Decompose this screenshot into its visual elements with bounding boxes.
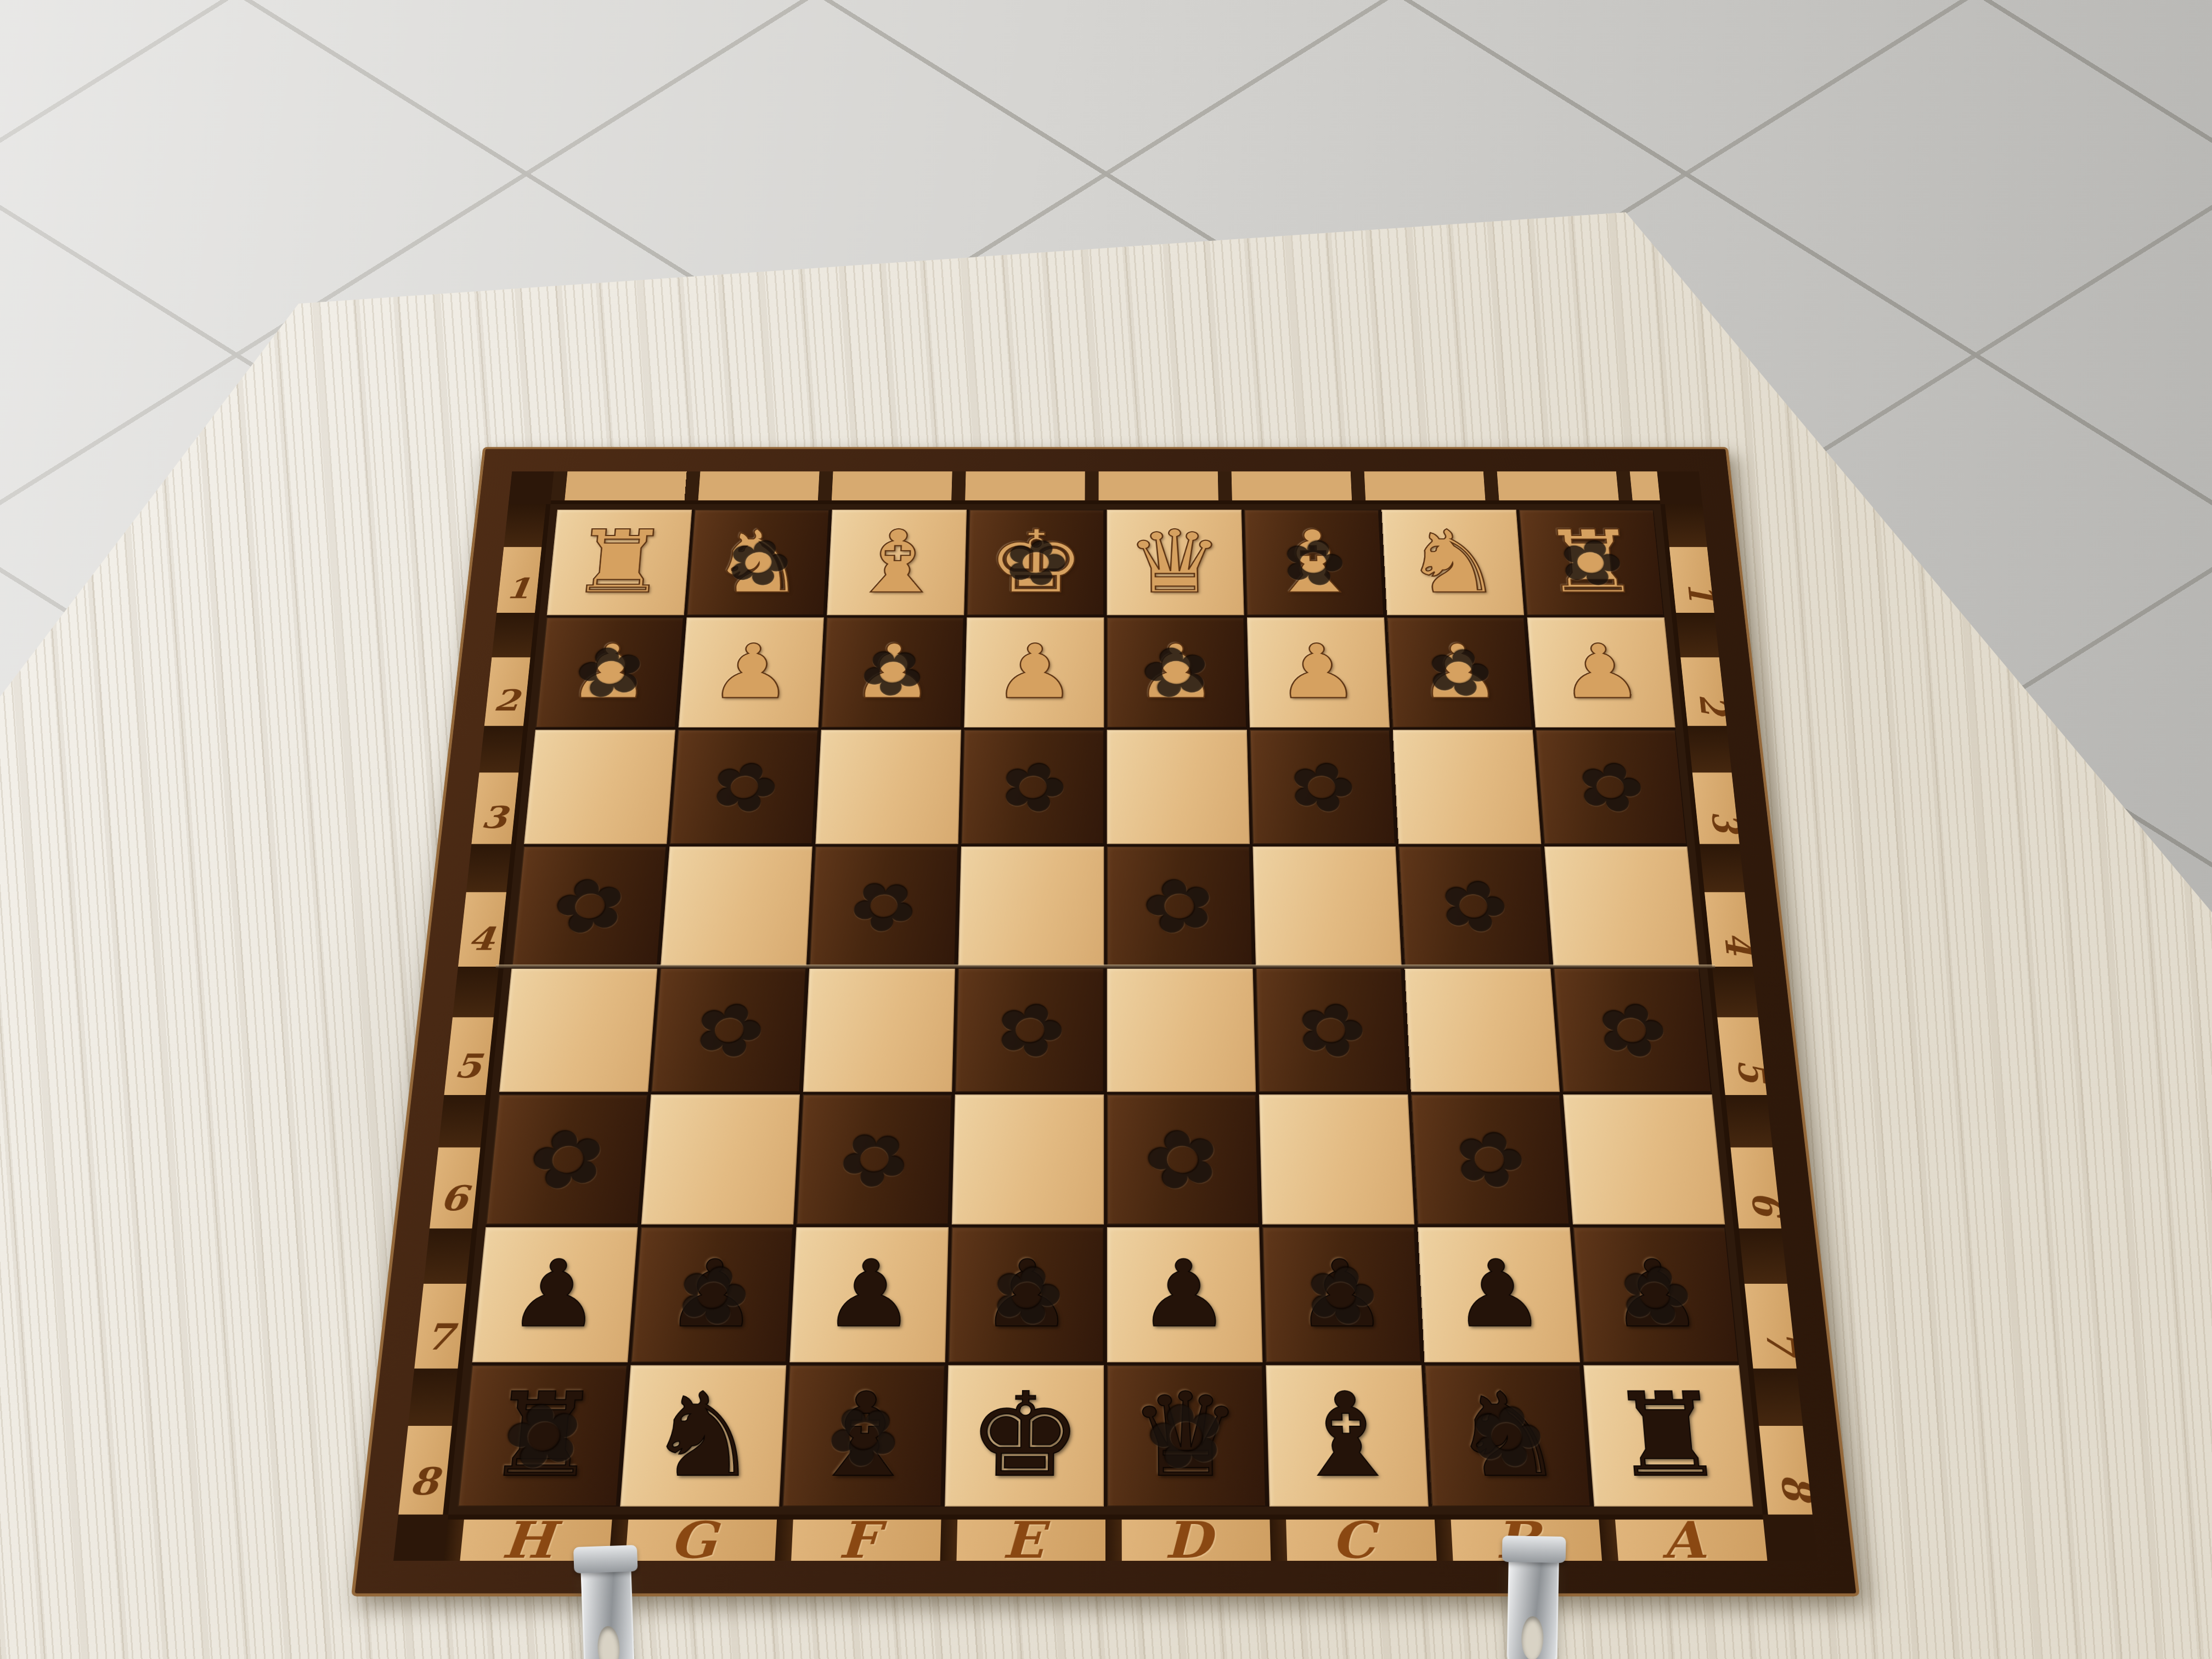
square-g8: ♞ [620, 1365, 786, 1506]
white-rook: ♜ [1538, 519, 1645, 606]
square-d2: ♟ [1107, 618, 1247, 727]
top-border-band [551, 471, 1661, 504]
square-f7: ♟ [789, 1227, 949, 1362]
square-d7: ♟ [1107, 1227, 1263, 1362]
rank-label-left-3: 3 [471, 726, 523, 844]
black-knight: ♞ [643, 1378, 764, 1493]
square-a4 [1544, 847, 1699, 966]
square-f3 [815, 730, 961, 844]
square-b5 [1404, 968, 1560, 1092]
black-pawn: ♟ [663, 1248, 762, 1340]
square-h8: ♜ [458, 1365, 627, 1506]
white-knight: ♞ [706, 519, 810, 606]
white-pawn: ♟ [992, 635, 1076, 710]
black-king: ♚ [967, 1378, 1082, 1493]
square-f4 [809, 847, 958, 966]
square-e6 [952, 1094, 1104, 1224]
rank-label-right-1: 1 [1665, 504, 1714, 613]
square-g4 [661, 847, 812, 966]
white-pawn: ♟ [565, 635, 656, 710]
square-g7: ♟ [631, 1227, 793, 1362]
square-e1: ♚ [967, 510, 1104, 615]
square-g6 [641, 1094, 800, 1224]
square-b3 [1392, 730, 1541, 844]
latch-hole-icon [597, 1626, 620, 1659]
square-b2: ♟ [1387, 618, 1532, 727]
rank-label-right-2: 2 [1676, 613, 1726, 726]
scene: { "game": { "name": "chess", "orientatio… [0, 0, 2212, 1659]
rank-label-right-3: 3 [1688, 726, 1740, 844]
square-b6 [1411, 1094, 1570, 1224]
square-c2: ♟ [1247, 618, 1390, 727]
black-pawn: ♟ [1293, 1248, 1390, 1340]
board-field: ♜♞♝♚♛♝♞♜♟♟♟♟♟♟♟♟♟♟♟♟♟♟♟♟♜♞♝♚♛♝♞♜ [448, 504, 1763, 1515]
square-d1: ♛ [1107, 510, 1244, 615]
square-a3 [1536, 730, 1687, 844]
square-a5 [1554, 968, 1712, 1092]
file-label-E: E [940, 1520, 1105, 1561]
fold-seam [495, 964, 1715, 969]
rank-label-left-4: 4 [458, 844, 511, 967]
file-label-A: A [1599, 1520, 1767, 1561]
black-bishop: ♝ [805, 1378, 923, 1493]
square-b7: ♟ [1418, 1227, 1580, 1362]
black-queen: ♛ [1128, 1378, 1244, 1493]
square-a7: ♟ [1573, 1227, 1739, 1362]
square-c5 [1256, 968, 1408, 1092]
square-d5 [1107, 968, 1256, 1092]
black-pawn: ♟ [1605, 1248, 1706, 1340]
white-pawn: ♟ [1415, 635, 1503, 710]
white-pawn: ♟ [850, 635, 936, 710]
rank-label-right-6: 6 [1725, 1094, 1781, 1228]
square-f6 [797, 1094, 952, 1224]
white-rook: ♜ [567, 519, 673, 606]
square-c8: ♝ [1266, 1365, 1428, 1506]
black-pawn: ♟ [1449, 1248, 1548, 1340]
square-a2: ♟ [1527, 618, 1675, 727]
square-d6 [1107, 1094, 1259, 1224]
square-a8: ♜ [1583, 1365, 1753, 1506]
rank-label-left-1: 1 [496, 504, 546, 613]
square-g3 [670, 730, 819, 844]
square-c3 [1250, 730, 1396, 844]
square-b1: ♞ [1381, 510, 1524, 615]
square-h6 [486, 1094, 648, 1224]
rank-label-right-8: 8 [1753, 1368, 1813, 1515]
white-pawn: ♟ [1556, 635, 1646, 710]
square-h7: ♟ [472, 1227, 638, 1362]
board-grid: ♜♞♝♚♛♝♞♜♟♟♟♟♟♟♟♟♟♟♟♟♟♟♟♟♜♞♝♚♛♝♞♜ [448, 504, 1763, 1515]
rank-label-left-2: 2 [484, 613, 535, 726]
square-d3 [1107, 730, 1250, 844]
black-pawn: ♟ [821, 1248, 918, 1340]
square-g5 [651, 968, 806, 1092]
black-pawn: ♟ [505, 1248, 606, 1340]
black-rook: ♜ [481, 1378, 605, 1493]
black-pawn: ♟ [980, 1248, 1074, 1340]
latch-hole-icon [1521, 1616, 1544, 1659]
square-e2: ♟ [964, 618, 1104, 727]
rank-label-left-8: 8 [398, 1368, 458, 1515]
square-c4 [1252, 847, 1401, 966]
square-a6 [1563, 1094, 1725, 1224]
square-b4 [1398, 847, 1550, 966]
square-f8: ♝ [782, 1365, 945, 1506]
square-h1: ♜ [547, 510, 692, 615]
file-label-D: D [1105, 1520, 1271, 1561]
square-e8: ♚ [945, 1365, 1104, 1506]
file-label-C: C [1270, 1520, 1437, 1561]
rank-label-right-4: 4 [1700, 844, 1753, 967]
coordinate-ring: 12345678 ♜♞♝♚♛♝♞♜♟♟♟♟♟♟♟♟♟♟♟♟♟♟♟♟♜♞♝♚♛♝♞… [393, 471, 1818, 1561]
square-c7: ♟ [1262, 1227, 1421, 1362]
chess-board: 12345678 ♜♞♝♚♛♝♞♜♟♟♟♟♟♟♟♟♟♟♟♟♟♟♟♟♜♞♝♚♛♝♞… [351, 447, 1860, 1596]
square-h3 [524, 730, 675, 844]
square-h4 [512, 847, 667, 966]
rank-label-left-7: 7 [414, 1228, 472, 1368]
black-knight: ♞ [1447, 1378, 1568, 1493]
white-queen: ♛ [1125, 519, 1225, 606]
square-e3 [961, 730, 1104, 844]
rank-label-right-5: 5 [1712, 967, 1767, 1095]
black-rook: ♜ [1606, 1378, 1730, 1493]
square-g1: ♞ [687, 510, 830, 615]
metal-latch-right [1506, 1552, 1559, 1659]
white-bishop: ♝ [846, 519, 948, 606]
square-e5 [955, 968, 1104, 1092]
file-label-F: F [775, 1520, 941, 1561]
white-pawn: ♟ [707, 635, 795, 710]
square-g2: ♟ [679, 618, 824, 727]
board-frame: 12345678 ♜♞♝♚♛♝♞♜♟♟♟♟♟♟♟♟♟♟♟♟♟♟♟♟♜♞♝♚♛♝♞… [351, 447, 1860, 1596]
square-d8: ♛ [1107, 1365, 1266, 1506]
square-f5 [803, 968, 955, 1092]
square-e4 [958, 847, 1104, 966]
square-f1: ♝ [827, 510, 967, 615]
file-labels-bottom: HGFEDCBA [444, 1515, 1768, 1561]
rank-label-left-5: 5 [444, 967, 499, 1095]
square-e7: ♟ [949, 1227, 1104, 1362]
square-c1: ♝ [1244, 510, 1384, 615]
square-b8: ♞ [1425, 1365, 1591, 1506]
metal-latch-left [580, 1561, 635, 1659]
square-d4 [1107, 847, 1253, 966]
square-h2: ♟ [535, 618, 684, 727]
white-king: ♚ [986, 519, 1086, 606]
square-a1: ♜ [1519, 510, 1664, 615]
black-pawn: ♟ [1137, 1248, 1231, 1340]
white-bishop: ♝ [1263, 519, 1365, 606]
rank-label-right-7: 7 [1739, 1228, 1797, 1368]
square-h5 [499, 968, 657, 1092]
white-pawn: ♟ [1134, 635, 1218, 710]
black-bishop: ♝ [1288, 1378, 1406, 1493]
square-f2: ♟ [821, 618, 964, 727]
rank-label-left-6: 6 [430, 1094, 486, 1228]
square-c6 [1259, 1094, 1414, 1224]
white-knight: ♞ [1401, 519, 1505, 606]
white-pawn: ♟ [1274, 635, 1361, 710]
